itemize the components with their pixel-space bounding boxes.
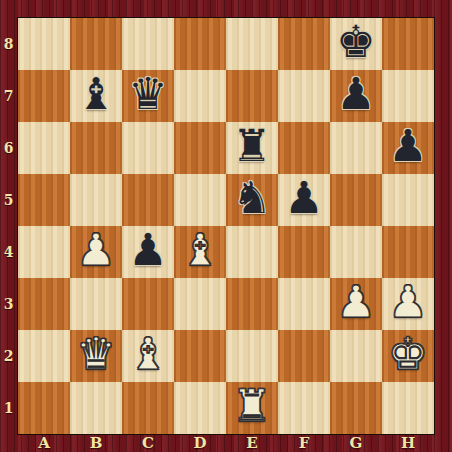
square-c2[interactable]: ♝ xyxy=(122,330,174,382)
black-pawn-f5[interactable]: ♟ xyxy=(284,172,323,224)
file-label-f: F xyxy=(278,434,330,452)
white-pawn-b4[interactable]: ♟ xyxy=(76,224,115,276)
rank-label-4: 4 xyxy=(0,226,17,278)
white-pawn-h3[interactable]: ♟ xyxy=(388,276,427,328)
rank-label-5: 5 xyxy=(0,174,17,226)
square-a6[interactable] xyxy=(18,122,70,174)
square-c5[interactable] xyxy=(122,174,174,226)
square-a4[interactable] xyxy=(18,226,70,278)
square-a3[interactable] xyxy=(18,278,70,330)
square-g5[interactable] xyxy=(330,174,382,226)
file-label-a: A xyxy=(18,434,70,452)
rank-label-6: 6 xyxy=(0,122,17,174)
black-knight-e5[interactable]: ♞ xyxy=(232,172,271,224)
square-f6[interactable] xyxy=(278,122,330,174)
black-pawn-g7[interactable]: ♟ xyxy=(336,68,375,120)
black-bishop-b7[interactable]: ♝ xyxy=(76,68,115,120)
square-e4[interactable] xyxy=(226,226,278,278)
square-g7[interactable]: ♟ xyxy=(330,70,382,122)
rank-label-1: 1 xyxy=(0,382,17,434)
square-g3[interactable]: ♟ xyxy=(330,278,382,330)
square-g8[interactable]: ♚ xyxy=(330,18,382,70)
square-h8[interactable] xyxy=(382,18,434,70)
square-b3[interactable] xyxy=(70,278,122,330)
square-f1[interactable] xyxy=(278,382,330,434)
white-pawn-g3[interactable]: ♟ xyxy=(336,276,375,328)
square-e5[interactable]: ♞ xyxy=(226,174,278,226)
file-label-b: B xyxy=(70,434,122,452)
square-f5[interactable]: ♟ xyxy=(278,174,330,226)
square-d4[interactable]: ♝ xyxy=(174,226,226,278)
square-a2[interactable] xyxy=(18,330,70,382)
square-h2[interactable]: ♚ xyxy=(382,330,434,382)
white-queen-b2[interactable]: ♛ xyxy=(76,328,115,380)
square-g4[interactable] xyxy=(330,226,382,278)
rank-label-7: 7 xyxy=(0,70,17,122)
file-label-c: C xyxy=(122,434,174,452)
square-b2[interactable]: ♛ xyxy=(70,330,122,382)
square-f4[interactable] xyxy=(278,226,330,278)
black-queen-c7[interactable]: ♛ xyxy=(128,68,167,120)
white-king-h2[interactable]: ♚ xyxy=(388,328,427,380)
square-a1[interactable] xyxy=(18,382,70,434)
square-h6[interactable]: ♟ xyxy=(382,122,434,174)
rank-label-3: 3 xyxy=(0,278,17,330)
square-e1[interactable]: ♜ xyxy=(226,382,278,434)
square-d1[interactable] xyxy=(174,382,226,434)
file-label-e: E xyxy=(226,434,278,452)
black-king-g8[interactable]: ♚ xyxy=(336,16,375,68)
square-c1[interactable] xyxy=(122,382,174,434)
square-f2[interactable] xyxy=(278,330,330,382)
square-e7[interactable] xyxy=(226,70,278,122)
square-b5[interactable] xyxy=(70,174,122,226)
square-d8[interactable] xyxy=(174,18,226,70)
white-rook-e1[interactable]: ♜ xyxy=(232,380,271,432)
black-rook-e6[interactable]: ♜ xyxy=(232,120,271,172)
square-h5[interactable] xyxy=(382,174,434,226)
square-b7[interactable]: ♝ xyxy=(70,70,122,122)
chess-board-frame: ♚♝♛♟♜♟♞♟♟♟♝♟♟♛♝♚♜ 87654321 ABCDEFGH xyxy=(0,0,452,452)
square-e6[interactable]: ♜ xyxy=(226,122,278,174)
square-h7[interactable] xyxy=(382,70,434,122)
square-d3[interactable] xyxy=(174,278,226,330)
square-e8[interactable] xyxy=(226,18,278,70)
square-a8[interactable] xyxy=(18,18,70,70)
square-e2[interactable] xyxy=(226,330,278,382)
square-c4[interactable]: ♟ xyxy=(122,226,174,278)
square-b1[interactable] xyxy=(70,382,122,434)
file-label-h: H xyxy=(382,434,434,452)
square-h1[interactable] xyxy=(382,382,434,434)
black-pawn-h6[interactable]: ♟ xyxy=(388,120,427,172)
square-f8[interactable] xyxy=(278,18,330,70)
square-b8[interactable] xyxy=(70,18,122,70)
square-h3[interactable]: ♟ xyxy=(382,278,434,330)
square-b6[interactable] xyxy=(70,122,122,174)
white-bishop-d4[interactable]: ♝ xyxy=(180,224,219,276)
square-e3[interactable] xyxy=(226,278,278,330)
square-a7[interactable] xyxy=(18,70,70,122)
square-c6[interactable] xyxy=(122,122,174,174)
file-label-d: D xyxy=(174,434,226,452)
square-a5[interactable] xyxy=(18,174,70,226)
square-c3[interactable] xyxy=(122,278,174,330)
square-d5[interactable] xyxy=(174,174,226,226)
square-f3[interactable] xyxy=(278,278,330,330)
square-h4[interactable] xyxy=(382,226,434,278)
square-g2[interactable] xyxy=(330,330,382,382)
square-c8[interactable] xyxy=(122,18,174,70)
square-d2[interactable] xyxy=(174,330,226,382)
file-label-g: G xyxy=(330,434,382,452)
square-g1[interactable] xyxy=(330,382,382,434)
square-d6[interactable] xyxy=(174,122,226,174)
white-bishop-c2[interactable]: ♝ xyxy=(128,328,167,380)
square-f7[interactable] xyxy=(278,70,330,122)
chess-board: ♚♝♛♟♜♟♞♟♟♟♝♟♟♛♝♚♜ xyxy=(17,17,435,435)
square-d7[interactable] xyxy=(174,70,226,122)
square-c7[interactable]: ♛ xyxy=(122,70,174,122)
rank-label-2: 2 xyxy=(0,330,17,382)
rank-label-8: 8 xyxy=(0,18,17,70)
square-b4[interactable]: ♟ xyxy=(70,226,122,278)
square-g6[interactable] xyxy=(330,122,382,174)
black-pawn-c4[interactable]: ♟ xyxy=(128,224,167,276)
